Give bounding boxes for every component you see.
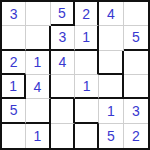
cell-r4c5[interactable] bbox=[99, 75, 123, 99]
given-digit: 3 bbox=[132, 104, 140, 118]
given-digit: 5 bbox=[10, 103, 18, 117]
cell-r1c1[interactable]: 3 bbox=[2, 2, 26, 26]
cell-r3c3[interactable]: 4 bbox=[51, 51, 75, 75]
given-digit: 3 bbox=[10, 7, 18, 21]
cell-r2c1[interactable] bbox=[2, 26, 26, 50]
cell-r6c2[interactable]: 1 bbox=[26, 124, 50, 148]
cell-r4c6[interactable] bbox=[124, 75, 148, 99]
given-digit: 1 bbox=[9, 79, 17, 93]
cell-r3c4[interactable] bbox=[75, 51, 99, 75]
cell-r4c3[interactable] bbox=[51, 75, 75, 99]
cell-r6c4[interactable] bbox=[75, 124, 99, 148]
cell-r3c5[interactable] bbox=[99, 51, 123, 75]
cell-r4c1[interactable]: 1 bbox=[2, 75, 26, 99]
given-digit: 1 bbox=[34, 129, 42, 143]
cell-r1c5[interactable]: 4 bbox=[99, 2, 123, 26]
given-digit: 1 bbox=[107, 104, 115, 118]
given-digit: 2 bbox=[132, 129, 140, 143]
given-digit: 2 bbox=[10, 55, 18, 69]
given-digit: 5 bbox=[107, 129, 115, 143]
cell-r4c2[interactable]: 4 bbox=[26, 75, 50, 99]
given-digit: 4 bbox=[107, 7, 115, 21]
cell-r5c1[interactable]: 5 bbox=[2, 99, 26, 123]
given-digit: 4 bbox=[58, 55, 66, 69]
cell-r1c2[interactable] bbox=[26, 2, 50, 26]
suguru-board: 3524315214141513152 bbox=[0, 0, 150, 150]
cell-r3c6[interactable] bbox=[124, 51, 148, 75]
cell-r5c2[interactable] bbox=[26, 99, 50, 123]
given-digit: 5 bbox=[58, 6, 66, 20]
given-digit: 1 bbox=[83, 79, 91, 93]
given-digit: 1 bbox=[82, 30, 90, 44]
cell-r5c6[interactable]: 3 bbox=[124, 99, 148, 123]
given-digit: 5 bbox=[132, 30, 140, 44]
cell-r6c5[interactable]: 5 bbox=[99, 124, 123, 148]
cell-r6c6[interactable]: 2 bbox=[124, 124, 148, 148]
cell-r2c3[interactable]: 3 bbox=[51, 26, 75, 50]
given-digit: 4 bbox=[34, 80, 42, 94]
given-digit: 1 bbox=[34, 55, 42, 69]
given-digit: 2 bbox=[82, 7, 90, 21]
cell-r5c3[interactable] bbox=[51, 99, 75, 123]
cell-r2c4[interactable]: 1 bbox=[75, 26, 99, 50]
cell-r6c1[interactable] bbox=[2, 124, 26, 148]
cell-r1c6[interactable] bbox=[124, 2, 148, 26]
cell-r6c3[interactable] bbox=[51, 124, 75, 148]
cell-r1c4[interactable]: 2 bbox=[75, 2, 99, 26]
cell-r2c5[interactable] bbox=[99, 26, 123, 50]
cell-r4c4[interactable]: 1 bbox=[75, 75, 99, 99]
cell-r2c2[interactable] bbox=[26, 26, 50, 50]
cell-r2c6[interactable]: 5 bbox=[124, 26, 148, 50]
cell-r5c5[interactable]: 1 bbox=[99, 99, 123, 123]
cell-r5c4[interactable] bbox=[75, 99, 99, 123]
cell-r3c2[interactable]: 1 bbox=[26, 51, 50, 75]
cell-r3c1[interactable]: 2 bbox=[2, 51, 26, 75]
cell-r1c3[interactable]: 5 bbox=[51, 2, 75, 26]
given-digit: 3 bbox=[58, 30, 66, 44]
